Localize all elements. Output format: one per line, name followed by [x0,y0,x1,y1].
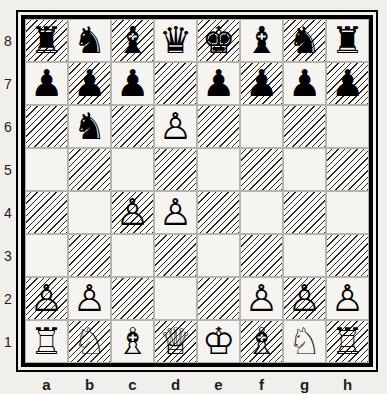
square-a8[interactable]: ♜ [25,19,68,62]
square-d7[interactable] [154,62,197,105]
square-d5[interactable] [154,148,197,191]
file-labels-row: abcdefgh [25,374,387,394]
square-e5[interactable] [197,148,240,191]
square-f3[interactable] [240,234,283,277]
square-h6[interactable] [326,105,369,148]
board-with-rank-labels: 87654321 ♜♞♝♛♚♝♞♜♟♟♟♟♟♟♟♞♙♙♙♙♙♙♙♙♖♘♗♕♔♗♘… [0,10,387,372]
square-b1[interactable]: ♘ [68,320,111,363]
square-f5[interactable] [240,148,283,191]
square-a3[interactable] [25,234,68,277]
square-g5[interactable] [283,148,326,191]
square-c8[interactable]: ♝ [111,19,154,62]
black-king-piece: ♚ [202,19,235,62]
white-queen-piece: ♕ [159,320,192,363]
square-a1[interactable]: ♖ [25,320,68,363]
square-h2[interactable]: ♙ [326,277,369,320]
square-f1[interactable]: ♗ [240,320,283,363]
square-d2[interactable] [154,277,197,320]
white-pawn-piece: ♙ [116,191,149,234]
white-rook-piece: ♖ [331,320,364,363]
board-outer-frame: ♜♞♝♛♚♝♞♜♟♟♟♟♟♟♟♞♙♙♙♙♙♙♙♙♖♘♗♕♔♗♘♖ [16,10,378,372]
white-pawn-piece: ♙ [159,105,192,148]
square-b4[interactable] [68,191,111,234]
square-g8[interactable]: ♞ [283,19,326,62]
square-a4[interactable] [25,191,68,234]
square-f6[interactable] [240,105,283,148]
file-label-d: d [154,374,197,394]
rank-label-4: 4 [0,191,16,234]
square-c6[interactable] [111,105,154,148]
white-pawn-piece: ♙ [288,277,321,320]
square-e4[interactable] [197,191,240,234]
square-e6[interactable] [197,105,240,148]
square-g7[interactable]: ♟ [283,62,326,105]
black-queen-piece: ♛ [159,19,192,62]
file-label-e: e [197,374,240,394]
square-e7[interactable]: ♟ [197,62,240,105]
square-c5[interactable] [111,148,154,191]
square-h4[interactable] [326,191,369,234]
square-a6[interactable] [25,105,68,148]
white-rook-piece: ♖ [30,320,63,363]
square-d1[interactable]: ♕ [154,320,197,363]
black-pawn-piece: ♟ [331,62,364,105]
black-pawn-piece: ♟ [30,62,63,105]
rank-label-1: 1 [0,320,16,363]
black-knight-piece: ♞ [73,19,106,62]
white-pawn-piece: ♙ [159,191,192,234]
black-pawn-piece: ♟ [288,62,321,105]
square-c1[interactable]: ♗ [111,320,154,363]
white-knight-piece: ♘ [288,320,321,363]
square-a7[interactable]: ♟ [25,62,68,105]
square-g3[interactable] [283,234,326,277]
square-a5[interactable] [25,148,68,191]
square-f4[interactable] [240,191,283,234]
rank-label-2: 2 [0,277,16,320]
white-pawn-piece: ♙ [245,277,278,320]
black-pawn-piece: ♟ [202,62,235,105]
square-d3[interactable] [154,234,197,277]
square-b8[interactable]: ♞ [68,19,111,62]
white-pawn-piece: ♙ [73,277,106,320]
square-h5[interactable] [326,148,369,191]
chess-diagram: 87654321 ♜♞♝♛♚♝♞♜♟♟♟♟♟♟♟♞♙♙♙♙♙♙♙♙♖♘♗♕♔♗♘… [0,0,387,394]
black-rook-piece: ♜ [331,19,364,62]
square-c4[interactable]: ♙ [111,191,154,234]
rank-label-5: 5 [0,148,16,191]
black-bishop-piece: ♝ [116,19,149,62]
square-c2[interactable] [111,277,154,320]
rank-label-8: 8 [0,19,16,62]
black-pawn-piece: ♟ [245,62,278,105]
black-rook-piece: ♜ [30,19,63,62]
square-b3[interactable] [68,234,111,277]
square-a2[interactable]: ♙ [25,277,68,320]
file-label-c: c [111,374,154,394]
white-pawn-piece: ♙ [331,277,364,320]
black-pawn-piece: ♟ [116,62,149,105]
square-f7[interactable]: ♟ [240,62,283,105]
file-label-f: f [240,374,283,394]
rank-label-6: 6 [0,105,16,148]
square-h1[interactable]: ♖ [326,320,369,363]
square-e1[interactable]: ♔ [197,320,240,363]
board-inner-frame: ♜♞♝♛♚♝♞♜♟♟♟♟♟♟♟♞♙♙♙♙♙♙♙♙♖♘♗♕♔♗♘♖ [21,15,373,367]
square-c3[interactable] [111,234,154,277]
square-c7[interactable]: ♟ [111,62,154,105]
chess-board: ♜♞♝♛♚♝♞♜♟♟♟♟♟♟♟♞♙♙♙♙♙♙♙♙♖♘♗♕♔♗♘♖ [25,19,369,363]
square-d4[interactable]: ♙ [154,191,197,234]
file-label-b: b [68,374,111,394]
rank-label-7: 7 [0,62,16,105]
square-b6[interactable]: ♞ [68,105,111,148]
black-pawn-piece: ♟ [73,62,106,105]
file-label-g: g [283,374,326,394]
square-h3[interactable] [326,234,369,277]
square-d8[interactable]: ♛ [154,19,197,62]
square-e8[interactable]: ♚ [197,19,240,62]
square-e3[interactable] [197,234,240,277]
square-d6[interactable]: ♙ [154,105,197,148]
white-bishop-piece: ♗ [245,320,278,363]
square-b5[interactable] [68,148,111,191]
square-h8[interactable]: ♜ [326,19,369,62]
square-f8[interactable]: ♝ [240,19,283,62]
white-knight-piece: ♘ [73,320,106,363]
black-bishop-piece: ♝ [245,19,278,62]
file-label-h: h [326,374,369,394]
square-g1[interactable]: ♘ [283,320,326,363]
white-pawn-piece: ♙ [30,277,63,320]
black-knight-piece: ♞ [288,19,321,62]
square-e2[interactable] [197,277,240,320]
square-g2[interactable]: ♙ [283,277,326,320]
white-king-piece: ♔ [202,320,235,363]
white-bishop-piece: ♗ [116,320,149,363]
rank-label-3: 3 [0,234,16,277]
square-f2[interactable]: ♙ [240,277,283,320]
chess-diagram-page: 87654321 ♜♞♝♛♚♝♞♜♟♟♟♟♟♟♟♞♙♙♙♙♙♙♙♙♖♘♗♕♔♗♘… [0,0,387,394]
black-knight-piece: ♞ [73,105,106,148]
square-h7[interactable]: ♟ [326,62,369,105]
file-label-a: a [25,374,68,394]
square-g4[interactable] [283,191,326,234]
square-g6[interactable] [283,105,326,148]
square-b2[interactable]: ♙ [68,277,111,320]
rank-labels-column: 87654321 [0,19,16,363]
square-b7[interactable]: ♟ [68,62,111,105]
